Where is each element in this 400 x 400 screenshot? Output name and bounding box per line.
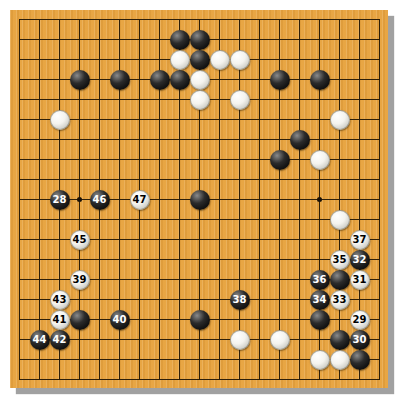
stone-white [270, 330, 290, 350]
star-point [317, 197, 322, 202]
stone-black [170, 70, 190, 90]
stone-white [190, 90, 210, 110]
stone-black-move-32: 32 [350, 250, 370, 270]
stone-black [330, 270, 350, 290]
stone-white [230, 330, 250, 350]
stone-black [270, 70, 290, 90]
stone-black [330, 330, 350, 350]
stone-white-move-37: 37 [350, 230, 370, 250]
stone-white-move-43: 43 [50, 290, 70, 310]
grid-line-v [239, 19, 240, 380]
stone-white [230, 50, 250, 70]
stone-black-move-36: 36 [310, 270, 330, 290]
stone-white-move-33: 33 [330, 290, 350, 310]
grid-line-h [19, 379, 380, 380]
grid-line-h [19, 259, 380, 260]
stone-white [310, 350, 330, 370]
stone-black-move-28: 28 [50, 190, 70, 210]
stone-black [190, 50, 210, 70]
stone-white [330, 110, 350, 130]
stone-black [70, 310, 90, 330]
stone-black-move-44: 44 [30, 330, 50, 350]
stone-white [190, 70, 210, 90]
stone-white-move-47: 47 [130, 190, 150, 210]
star-point [77, 197, 82, 202]
grid-line-h [19, 219, 380, 220]
stone-white-move-39: 39 [70, 270, 90, 290]
stone-white-move-29: 29 [350, 310, 370, 330]
stone-white-move-41: 41 [50, 310, 70, 330]
stone-white-move-35: 35 [330, 250, 350, 270]
go-board: 2846474537353239363143383433414029444230 [10, 10, 388, 388]
stone-black [290, 130, 310, 150]
stone-black-move-46: 46 [90, 190, 110, 210]
stone-white [330, 350, 350, 370]
stone-black [170, 30, 190, 50]
stone-black [150, 70, 170, 90]
go-diagram-page: 2846474537353239363143383433414029444230 [0, 0, 400, 400]
stone-white [330, 210, 350, 230]
stone-black [270, 150, 290, 170]
stone-black-move-40: 40 [110, 310, 130, 330]
stone-white [210, 50, 230, 70]
stone-black [190, 190, 210, 210]
stone-white [50, 110, 70, 130]
stone-white-move-45: 45 [70, 230, 90, 250]
stone-black [190, 310, 210, 330]
grid-line-h [19, 339, 380, 340]
grid-line-v [299, 19, 300, 380]
grid-line-v [379, 19, 380, 380]
stone-black [190, 30, 210, 50]
stone-black [350, 350, 370, 370]
stone-black [310, 70, 330, 90]
stone-black [310, 310, 330, 330]
stone-black-move-38: 38 [230, 290, 250, 310]
stone-white [310, 150, 330, 170]
stone-black [110, 70, 130, 90]
stone-black [70, 70, 90, 90]
stone-white [230, 90, 250, 110]
grid-line-v [259, 19, 260, 380]
stone-white [170, 50, 190, 70]
grid-line-v [339, 19, 340, 380]
stone-black-move-30: 30 [350, 330, 370, 350]
stone-black-move-34: 34 [310, 290, 330, 310]
stone-white-move-31: 31 [350, 270, 370, 290]
stone-black-move-42: 42 [50, 330, 70, 350]
grid-line-v [219, 19, 220, 380]
